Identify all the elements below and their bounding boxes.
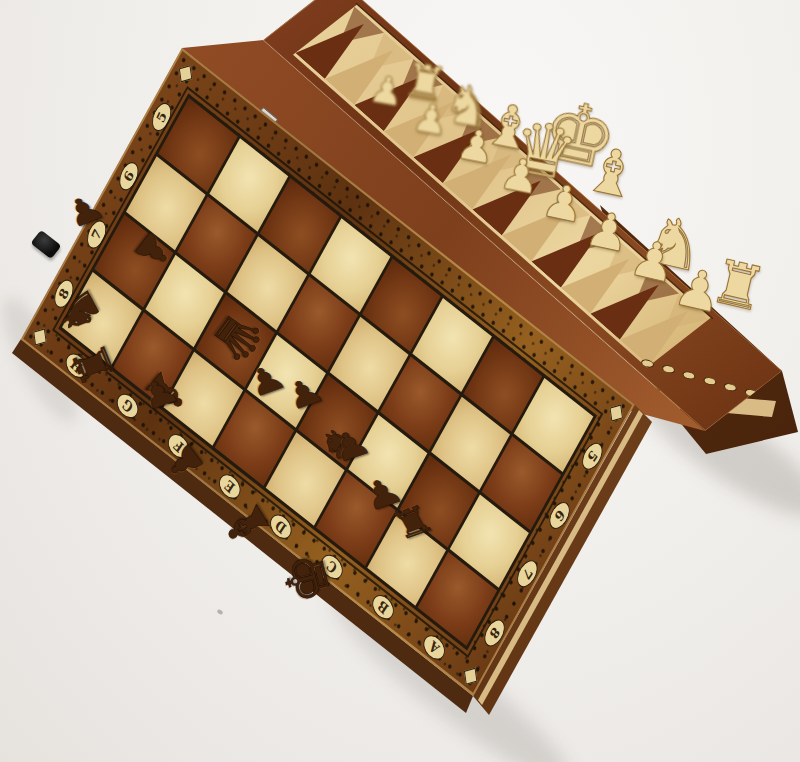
border-corner-inlay	[464, 668, 477, 685]
white-pawn-a2: ♟	[367, 69, 407, 112]
border-inlay-dot	[702, 377, 717, 386]
border-corner-inlay	[33, 328, 46, 345]
border-inlay-dot	[723, 383, 738, 392]
border-corner-inlay	[610, 404, 623, 421]
border-corner-inlay	[179, 65, 192, 82]
white-pawn-d2: ♟	[496, 150, 544, 202]
clasp-knob	[31, 230, 62, 259]
product-photo-scene: 56785678HGFEDCBA ♜♞♝♛♚♝♞♜♟♟♟♟♟♟♟♟♜♞♝♛♚♝♞…	[0, 0, 800, 762]
white-pawn-c2: ♟	[453, 122, 499, 172]
white-bishop-f1: ♝	[579, 137, 646, 209]
border-inlay-dot	[661, 365, 676, 374]
white-pawn-b2: ♟	[410, 96, 452, 142]
border-inlay-dot	[682, 371, 697, 380]
dust-speck	[216, 609, 223, 615]
